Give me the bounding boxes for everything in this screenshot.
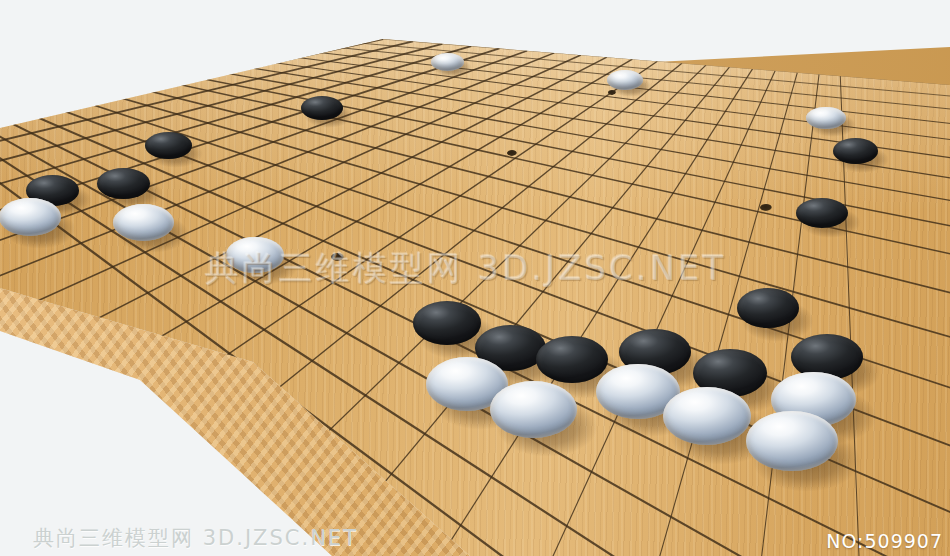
black-stone[interactable] xyxy=(536,336,608,383)
black-stone[interactable] xyxy=(301,96,343,120)
black-stone[interactable] xyxy=(796,198,848,228)
black-stone[interactable] xyxy=(737,288,799,328)
white-stone[interactable] xyxy=(663,387,751,445)
white-stone[interactable] xyxy=(607,70,643,90)
model-number-label: NO:509907 xyxy=(826,530,943,552)
black-stone[interactable] xyxy=(833,138,878,164)
star-point xyxy=(331,253,344,261)
white-stone[interactable] xyxy=(0,198,61,236)
star-point xyxy=(507,150,517,156)
black-stone[interactable] xyxy=(145,132,192,159)
go-board-render: 典尚三维模型网 3D.JZSC.NET 典尚三维模型网 3D.JZSC.NET … xyxy=(0,0,950,556)
white-stone[interactable] xyxy=(806,107,846,129)
black-stone[interactable] xyxy=(97,168,150,199)
white-stone[interactable] xyxy=(226,237,284,273)
white-stone[interactable] xyxy=(490,381,577,438)
white-stone[interactable] xyxy=(431,53,464,71)
bottom-left-watermark: 典尚三维模型网 3D.JZSC.NET xyxy=(33,524,358,552)
black-stone[interactable] xyxy=(413,301,481,345)
white-stone[interactable] xyxy=(746,411,838,471)
white-stone[interactable] xyxy=(113,204,174,241)
star-point xyxy=(760,204,772,211)
